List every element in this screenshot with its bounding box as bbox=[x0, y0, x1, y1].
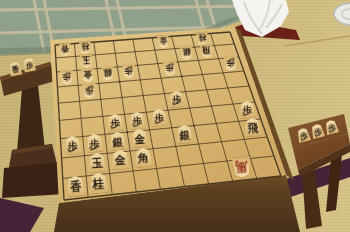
koma-kanji: 歩 bbox=[154, 114, 165, 125]
board-piece-角[interactable]: 角 bbox=[133, 147, 153, 168]
board-piece-歩[interactable]: 歩 bbox=[121, 64, 136, 80]
board-piece-歩[interactable]: 歩 bbox=[86, 133, 105, 152]
board-piece-歩[interactable]: 歩 bbox=[150, 109, 168, 127]
koma-kanji: 飛 bbox=[202, 46, 211, 55]
koma-kanji: 歩 bbox=[226, 58, 235, 67]
koma-kanji: 玉 bbox=[91, 157, 103, 169]
koma-kanji: 歩 bbox=[165, 63, 174, 72]
koma-kanji: 金 bbox=[159, 37, 167, 46]
left-stand-piece-歩[interactable]: 歩 bbox=[22, 57, 37, 72]
board-piece-桂[interactable]: 桂 bbox=[89, 172, 110, 194]
koma-kanji: 歩 bbox=[84, 85, 94, 95]
koma-kanji: 桂 bbox=[81, 43, 89, 52]
koma-kanji: 銀 bbox=[182, 48, 191, 57]
koma-kanji: 歩 bbox=[132, 116, 143, 127]
koma-kanji: 歩 bbox=[172, 95, 182, 106]
koma-kanji: 歩 bbox=[89, 138, 100, 150]
koma-kanji: 玉 bbox=[82, 56, 91, 65]
koma-kanji: 銀 bbox=[179, 129, 190, 141]
board-piece-馬[interactable]: 馬 bbox=[231, 157, 252, 179]
koma-kanji: 歩 bbox=[110, 118, 121, 129]
board-piece-銀[interactable]: 銀 bbox=[101, 66, 116, 82]
board-piece-歩[interactable]: 歩 bbox=[162, 61, 177, 77]
koma-kanji: 桂 bbox=[93, 178, 105, 191]
board-piece-玉[interactable]: 玉 bbox=[79, 54, 93, 69]
koma-kanji: 銀 bbox=[104, 68, 113, 77]
koma-kanji: 歩 bbox=[63, 71, 72, 80]
koma-kanji: 香 bbox=[11, 65, 20, 74]
koma-kanji: 角 bbox=[137, 153, 149, 165]
koma-kanji: 歩 bbox=[67, 140, 78, 152]
board-piece-香[interactable]: 香 bbox=[59, 42, 72, 56]
board-piece-飛[interactable]: 飛 bbox=[243, 117, 262, 136]
piece-layer: 香桂金桂玉銀飛歩金銀歩歩歩歩歩歩歩歩歩歩歩銀金銀飛玉金角香桂馬香歩歩歩歩 bbox=[0, 0, 350, 232]
board-piece-歩[interactable]: 歩 bbox=[82, 82, 98, 99]
koma-kanji: 香 bbox=[61, 44, 69, 53]
board-piece-金[interactable]: 金 bbox=[157, 35, 170, 49]
koma-kanji: 桂 bbox=[198, 34, 206, 43]
koma-kanji: 歩 bbox=[124, 66, 133, 75]
koma-kanji: 金 bbox=[134, 134, 145, 146]
board-piece-飛[interactable]: 飛 bbox=[199, 44, 213, 59]
koma-kanji: 歩 bbox=[25, 61, 34, 70]
board-piece-金[interactable]: 金 bbox=[131, 129, 150, 148]
right-stand-piece-歩[interactable]: 歩 bbox=[323, 118, 339, 135]
board-piece-銀[interactable]: 銀 bbox=[179, 46, 193, 61]
board-piece-歩[interactable]: 歩 bbox=[60, 69, 75, 85]
koma-kanji: 香 bbox=[69, 180, 81, 193]
board-piece-金[interactable]: 金 bbox=[80, 67, 95, 83]
board-piece-桂[interactable]: 桂 bbox=[196, 32, 209, 46]
koma-kanji: 歩 bbox=[326, 122, 336, 132]
right-stand-piece-歩[interactable]: 歩 bbox=[309, 122, 325, 139]
board-piece-銀[interactable]: 銀 bbox=[176, 124, 195, 143]
board-piece-金[interactable]: 金 bbox=[110, 150, 130, 171]
board-piece-歩[interactable]: 歩 bbox=[169, 90, 186, 107]
koma-kanji: 金 bbox=[83, 70, 92, 79]
shogi-match-photo: 香桂金桂玉銀飛歩金銀歩歩歩歩歩歩歩歩歩歩歩銀金銀飛玉金角香桂馬香歩歩歩歩 bbox=[0, 0, 350, 232]
board-piece-歩[interactable]: 歩 bbox=[224, 55, 239, 71]
board-piece-歩[interactable]: 歩 bbox=[106, 113, 124, 131]
koma-kanji: 馬 bbox=[235, 160, 247, 173]
koma-kanji: 歩 bbox=[312, 126, 322, 136]
board-piece-歩[interactable]: 歩 bbox=[63, 136, 82, 155]
board-piece-銀[interactable]: 銀 bbox=[108, 131, 127, 150]
board-piece-玉[interactable]: 玉 bbox=[87, 152, 107, 173]
koma-kanji: 飛 bbox=[247, 122, 258, 134]
koma-kanji: 歩 bbox=[242, 105, 253, 116]
left-stand-piece-香[interactable]: 香 bbox=[8, 61, 23, 76]
koma-kanji: 歩 bbox=[298, 130, 308, 140]
right-stand-piece-歩[interactable]: 歩 bbox=[295, 126, 311, 143]
koma-kanji: 銀 bbox=[112, 136, 123, 148]
board-piece-桂[interactable]: 桂 bbox=[78, 41, 91, 55]
board-piece-香[interactable]: 香 bbox=[65, 175, 86, 197]
board-piece-歩[interactable]: 歩 bbox=[238, 100, 256, 118]
board-piece-歩[interactable]: 歩 bbox=[128, 111, 146, 129]
koma-kanji: 金 bbox=[114, 155, 126, 167]
